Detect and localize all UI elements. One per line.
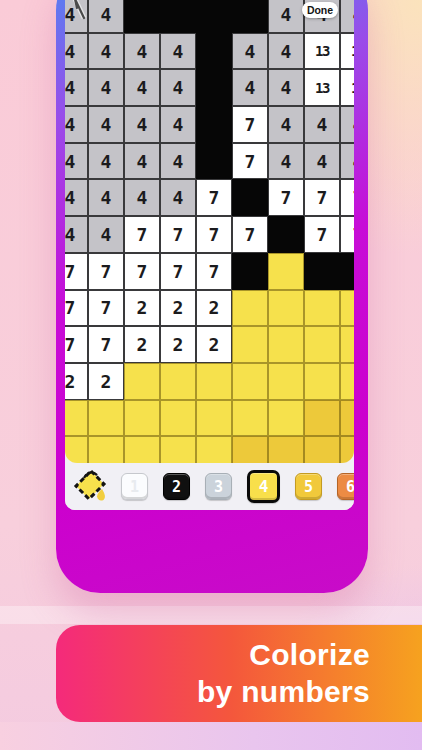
grid-cell[interactable]: 7: [160, 253, 196, 290]
pixel-grid: 4444444444413134444441313444474444444744…: [65, 0, 354, 463]
grid-cell[interactable]: 2: [88, 363, 124, 400]
color-swatch-list: 123456: [121, 470, 354, 503]
grid-cell[interactable]: [268, 326, 304, 363]
grid-cell[interactable]: 4: [65, 106, 88, 143]
grid-cell[interactable]: 2: [124, 326, 160, 363]
grid-cell[interactable]: 7: [124, 253, 160, 290]
grid-cell[interactable]: [232, 179, 268, 216]
color-swatch-2[interactable]: 2: [163, 473, 190, 500]
grid-cell[interactable]: [232, 400, 268, 437]
grid-cell[interactable]: 7: [304, 179, 340, 216]
grid-cell[interactable]: 4: [65, 33, 88, 70]
grid-cell[interactable]: 4: [160, 69, 196, 106]
grid-cell[interactable]: [232, 436, 268, 463]
grid-cell[interactable]: 4: [160, 179, 196, 216]
grid-cell[interactable]: 4: [88, 106, 124, 143]
grid-cell[interactable]: 4: [268, 106, 304, 143]
grid-cell[interactable]: 4: [124, 179, 160, 216]
grid-cell[interactable]: 7: [268, 179, 304, 216]
grid-cell[interactable]: 4: [232, 33, 268, 70]
grid-cell[interactable]: 7: [196, 253, 232, 290]
grid-cell[interactable]: [340, 290, 354, 327]
color-swatch-5[interactable]: 5: [295, 473, 322, 500]
grid-cell[interactable]: 4: [268, 33, 304, 70]
grid-cell[interactable]: 4: [268, 0, 304, 33]
grid-cell[interactable]: 2: [124, 290, 160, 327]
grid-cell[interactable]: 7: [232, 143, 268, 180]
color-swatch-1[interactable]: 1: [121, 473, 148, 500]
grid-cell[interactable]: 7: [340, 216, 354, 253]
grid-cell[interactable]: [196, 143, 232, 180]
grid-cell[interactable]: [268, 216, 304, 253]
grid-cell[interactable]: [340, 436, 354, 463]
done-button[interactable]: Done: [302, 2, 338, 18]
grid-cell[interactable]: 4: [124, 106, 160, 143]
banner-line-2: by numbers: [197, 673, 370, 710]
grid-cell[interactable]: 7: [232, 106, 268, 143]
color-swatch-6[interactable]: 6: [337, 473, 354, 500]
color-swatch-3[interactable]: 3: [205, 473, 232, 500]
grid-cell[interactable]: [304, 436, 340, 463]
grid-cell[interactable]: 4: [88, 216, 124, 253]
grid-cell[interactable]: [196, 106, 232, 143]
grid-cell[interactable]: 2: [160, 326, 196, 363]
grid-cell[interactable]: 7: [65, 290, 88, 327]
grid-cell[interactable]: [196, 69, 232, 106]
grid-cell[interactable]: 2: [160, 290, 196, 327]
grid-cell[interactable]: 2: [196, 290, 232, 327]
grid-cell[interactable]: 4: [340, 106, 354, 143]
grid-cell[interactable]: 7: [232, 216, 268, 253]
grid-cell[interactable]: [196, 33, 232, 70]
grid-cell[interactable]: 7: [160, 216, 196, 253]
grid-cell[interactable]: [196, 363, 232, 400]
grid-cell[interactable]: [160, 436, 196, 463]
grid-cell[interactable]: [196, 436, 232, 463]
grid-cell[interactable]: 7: [65, 253, 88, 290]
grid-cell[interactable]: [232, 253, 268, 290]
grid-cell[interactable]: [160, 363, 196, 400]
grid-cell[interactable]: [304, 363, 340, 400]
banner-line-1: Colorize: [197, 636, 370, 673]
grid-cell[interactable]: 7: [88, 290, 124, 327]
grid-cell[interactable]: [304, 253, 340, 290]
grid-cell[interactable]: 4: [88, 69, 124, 106]
grid-cell[interactable]: 4: [268, 69, 304, 106]
grid-cell[interactable]: 7: [65, 326, 88, 363]
grid-cell[interactable]: [232, 326, 268, 363]
promo-banner: Colorize by numbers: [56, 625, 422, 722]
grid-cell[interactable]: [232, 290, 268, 327]
grid-cell[interactable]: 4: [88, 179, 124, 216]
grid-cell[interactable]: [268, 290, 304, 327]
grid-cell[interactable]: 7: [124, 216, 160, 253]
grid-cell[interactable]: [124, 363, 160, 400]
background-bottom-strip: [0, 722, 422, 750]
grid-cell[interactable]: [304, 400, 340, 437]
grid-cell[interactable]: 4: [124, 33, 160, 70]
grid-cell[interactable]: 4: [340, 0, 354, 33]
grid-cell[interactable]: 4: [88, 0, 124, 33]
grid-cell[interactable]: 4: [160, 33, 196, 70]
grid-cell[interactable]: 7: [196, 179, 232, 216]
grid-cell[interactable]: [196, 400, 232, 437]
grid-cell[interactable]: [340, 400, 354, 437]
grid-cell[interactable]: [124, 400, 160, 437]
grid-cell[interactable]: [124, 436, 160, 463]
grid-cell[interactable]: [268, 253, 304, 290]
grid-cell[interactable]: 4: [88, 143, 124, 180]
grid-cell[interactable]: 4: [88, 33, 124, 70]
paint-bucket-icon[interactable]: [72, 467, 110, 507]
grid-cell[interactable]: [196, 0, 232, 33]
grid-cell[interactable]: 4: [65, 179, 88, 216]
grid-cell[interactable]: 4: [65, 143, 88, 180]
grid-cell[interactable]: 4: [268, 143, 304, 180]
back-arrow-icon[interactable]: [69, 0, 89, 25]
grid-cell[interactable]: [65, 436, 88, 463]
grid-cell[interactable]: [340, 326, 354, 363]
board-area: 4444444444413134444441313444474444444744…: [65, 0, 354, 463]
background-light-band: [0, 606, 422, 624]
palette-bar: 123456: [65, 463, 354, 510]
grid-cell[interactable]: 4: [65, 69, 88, 106]
grid-cell[interactable]: [124, 0, 160, 33]
color-swatch-4-selected[interactable]: 4: [247, 470, 280, 503]
grid-cell[interactable]: 4: [124, 143, 160, 180]
promo-banner-text: Colorize by numbers: [197, 636, 370, 710]
grid-cell[interactable]: 7: [88, 326, 124, 363]
grid-cell[interactable]: 13: [340, 33, 354, 70]
grid-cell[interactable]: 4: [304, 143, 340, 180]
grid-cell[interactable]: 7: [88, 253, 124, 290]
grid-cell[interactable]: 13: [304, 69, 340, 106]
grid-cell[interactable]: 4: [124, 69, 160, 106]
grid-cell[interactable]: 4: [340, 143, 354, 180]
grid-cell[interactable]: [304, 290, 340, 327]
grid-cell[interactable]: [232, 0, 268, 33]
grid-cell[interactable]: [232, 363, 268, 400]
grid-cell[interactable]: [88, 436, 124, 463]
grid-cell[interactable]: 2: [196, 326, 232, 363]
grid-cell[interactable]: [340, 253, 354, 290]
grid-cell[interactable]: 4: [160, 143, 196, 180]
phone-mockup: 4444444444413134444441313444474444444744…: [56, 0, 368, 593]
grid-cell[interactable]: 4: [232, 69, 268, 106]
grid-cell[interactable]: [268, 436, 304, 463]
grid-cell[interactable]: 2: [65, 363, 88, 400]
grid-cell[interactable]: 4: [160, 106, 196, 143]
grid-cell[interactable]: 4: [304, 106, 340, 143]
grid-cell[interactable]: 13: [304, 33, 340, 70]
grid-cell[interactable]: [65, 400, 88, 437]
grid-cell[interactable]: [268, 363, 304, 400]
grid-cell[interactable]: [304, 326, 340, 363]
grid-cell[interactable]: 7: [340, 179, 354, 216]
grid-cell[interactable]: 13: [340, 69, 354, 106]
grid-cell[interactable]: [268, 400, 304, 437]
grid-cell[interactable]: [340, 363, 354, 400]
grid-cell[interactable]: 4: [65, 216, 88, 253]
grid-cell[interactable]: [160, 400, 196, 437]
grid-cell[interactable]: [88, 400, 124, 437]
grid-cell[interactable]: [160, 0, 196, 33]
app-screen: 4444444444413134444441313444474444444744…: [65, 0, 354, 510]
grid-cell[interactable]: 7: [304, 216, 340, 253]
grid-cell[interactable]: 7: [196, 216, 232, 253]
